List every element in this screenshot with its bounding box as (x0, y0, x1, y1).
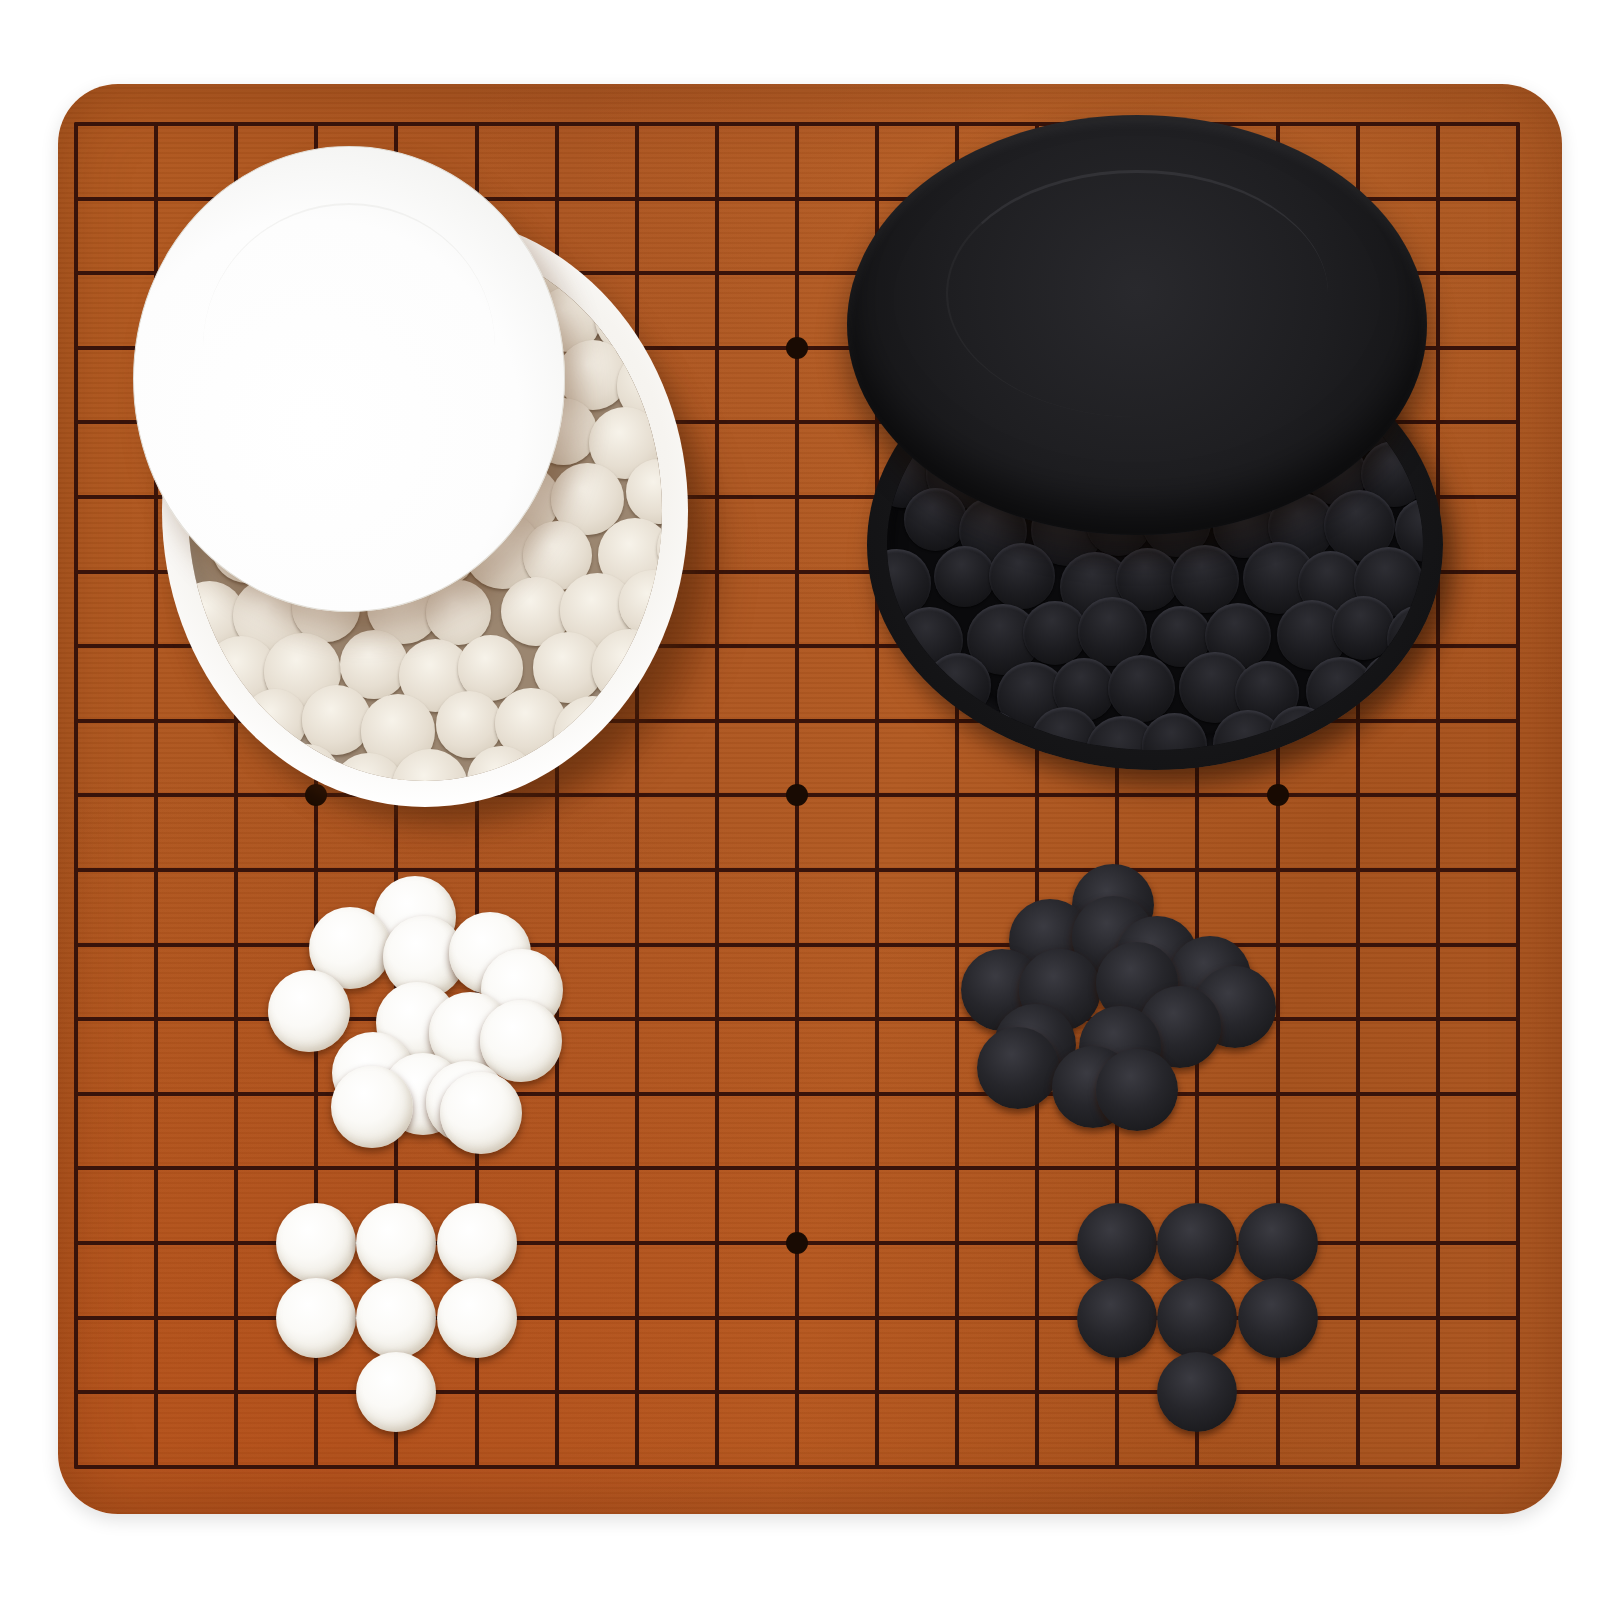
go-set-photo (0, 0, 1600, 1600)
go-board-mat (58, 84, 1562, 1514)
